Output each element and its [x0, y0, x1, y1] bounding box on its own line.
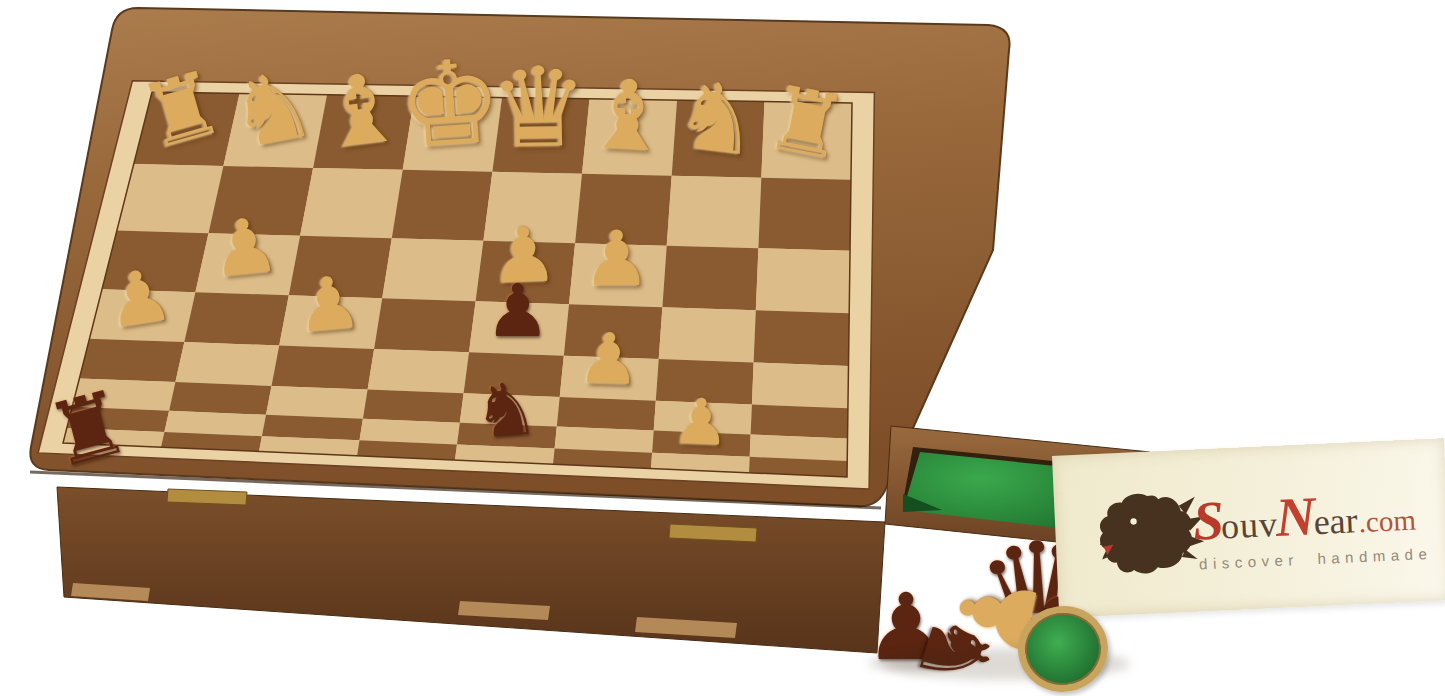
brand-ear: ear: [1313, 499, 1359, 543]
square-a4: [79, 339, 184, 382]
square-c5: [279, 295, 382, 349]
square-c4: [272, 346, 375, 390]
square-f3: [557, 397, 656, 431]
square-b5: [184, 292, 288, 345]
square-b7: [209, 166, 314, 236]
square-e5: [469, 301, 569, 356]
box-front: [57, 487, 885, 653]
square-b4: [175, 342, 279, 386]
square-d8: [403, 96, 502, 172]
square-g8: [672, 100, 765, 177]
square-b3: [169, 382, 271, 415]
square-d6: [382, 238, 483, 301]
square-d4: [368, 349, 469, 393]
square-g6: [662, 246, 758, 311]
square-h6: [756, 248, 850, 313]
square-f2: [555, 427, 654, 453]
square-b2: [164, 411, 266, 436]
square-a3: [72, 378, 175, 410]
square-c7: [300, 168, 403, 238]
brand-letter-n: N: [1274, 484, 1317, 549]
square-e8: [492, 98, 589, 174]
square-e3: [460, 393, 560, 426]
square-b8: [223, 93, 327, 167]
square-c6: [289, 236, 392, 299]
floor-shadow-small: [868, 656, 944, 670]
square-g3: [654, 401, 752, 435]
brand-ouv: ouv: [1220, 502, 1279, 547]
square-e4: [464, 352, 564, 397]
square-d3: [363, 390, 464, 423]
square-f8: [582, 99, 677, 176]
square-g5: [659, 307, 756, 362]
square-h2: [750, 435, 848, 461]
square-e6: [476, 241, 575, 305]
square-f5: [564, 304, 663, 359]
square-e7: [483, 172, 582, 243]
square-d2: [360, 419, 460, 445]
square-c3: [266, 386, 368, 419]
brand-wordmark: S ouv N ear .com: [1192, 478, 1432, 552]
square-b6: [195, 233, 300, 295]
square-a2: [67, 407, 169, 432]
square-d7: [392, 170, 493, 241]
square-g7: [667, 176, 762, 249]
square-a5: [89, 289, 195, 342]
square-h3: [751, 405, 848, 439]
square-h4: [752, 363, 849, 409]
square-e2: [457, 423, 557, 449]
brand-text-block: S ouv N ear .com discover handmade: [1192, 478, 1433, 572]
square-f4: [560, 356, 659, 401]
brand-card: S ouv N ear .com discover handmade: [1052, 438, 1445, 618]
square-c2: [262, 415, 363, 441]
square-f6: [569, 243, 667, 307]
square-d5: [374, 298, 476, 352]
square-f7: [575, 174, 672, 246]
hinge-left: [167, 489, 247, 505]
lion-logo-icon: [1094, 487, 1208, 578]
square-h7: [758, 178, 851, 251]
square-g2: [652, 431, 751, 457]
product-photo: S ouv N ear .com discover handmade ♜♞♝♚♛…: [0, 0, 1445, 696]
brand-dotcom: .com: [1358, 503, 1417, 539]
square-g4: [656, 359, 754, 404]
square-a6: [102, 231, 209, 293]
square-c8: [313, 95, 414, 170]
square-a7: [117, 164, 224, 233]
square-h8: [761, 102, 852, 180]
square-h5: [754, 310, 850, 366]
